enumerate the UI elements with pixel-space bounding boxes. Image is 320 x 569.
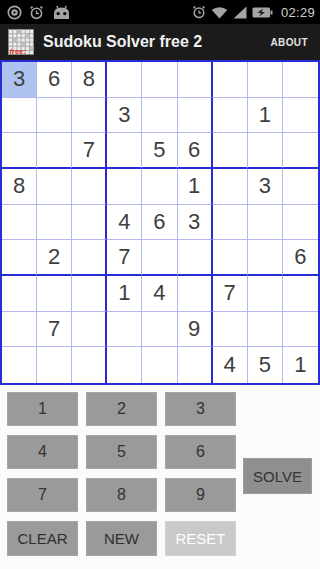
cell-r1c2[interactable]: 6 [37,62,72,98]
cell-r6c3[interactable] [72,240,107,276]
svg-text:free:: free: [10,47,27,56]
cell-r2c4[interactable]: 3 [107,98,142,134]
cell-r5c8[interactable] [248,205,283,241]
cell-r5c9[interactable] [283,205,318,241]
cell-r3c1[interactable] [2,133,37,169]
battery-charging-icon [252,6,273,19]
cell-r6c5[interactable] [142,240,177,276]
cell-r9c4[interactable] [107,347,142,383]
cell-r7c8[interactable] [248,276,283,312]
cell-r9c8[interactable]: 5 [248,347,283,383]
cell-r4c2[interactable] [37,169,72,205]
cell-r7c3[interactable] [72,276,107,312]
cell-r4c6[interactable]: 1 [178,169,213,205]
cell-r6c1[interactable] [2,240,37,276]
cell-r3c6[interactable]: 6 [178,133,213,169]
cell-r1c8[interactable] [248,62,283,98]
signal-icon [233,6,247,19]
cell-r4c3[interactable] [72,169,107,205]
cell-r9c2[interactable] [37,347,72,383]
keypad-1-button[interactable]: 1 [7,392,78,426]
cell-r4c7[interactable] [213,169,248,205]
cell-r9c9[interactable]: 1 [283,347,318,383]
cell-r9c7[interactable]: 4 [213,347,248,383]
alarm-icon [29,5,44,20]
cell-r3c7[interactable] [213,133,248,169]
cell-r2c3[interactable] [72,98,107,134]
cell-r5c2[interactable] [37,205,72,241]
cell-r4c1[interactable]: 8 [2,169,37,205]
app-screen: 02:29 free: [0,0,320,569]
app-icon: free: [8,29,34,55]
wifi-icon [211,6,228,19]
cell-r4c4[interactable] [107,169,142,205]
keypad-4-button[interactable]: 4 [7,435,78,469]
cell-r3c5[interactable]: 5 [142,133,177,169]
cell-r6c6[interactable] [178,240,213,276]
cell-r8c3[interactable] [72,312,107,348]
cell-r7c6[interactable] [178,276,213,312]
page-title: Sudoku Solver free 2 [43,33,268,51]
cell-r6c7[interactable] [213,240,248,276]
cell-r6c9[interactable]: 6 [283,240,318,276]
clear-button[interactable]: CLEAR [7,521,78,556]
keypad-2-button[interactable]: 2 [86,392,157,426]
status-icons-right: 02:29 [192,5,315,20]
cell-r8c6[interactable]: 9 [178,312,213,348]
cell-r1c7[interactable] [213,62,248,98]
cell-r4c5[interactable] [142,169,177,205]
cell-r3c8[interactable] [248,133,283,169]
cell-r5c3[interactable] [72,205,107,241]
status-time: 02:29 [281,5,315,20]
cell-r3c9[interactable] [283,133,318,169]
alarm-icon [192,5,206,19]
cell-r8c2[interactable]: 7 [37,312,72,348]
cell-r8c7[interactable] [213,312,248,348]
cell-r7c5[interactable]: 4 [142,276,177,312]
cell-r9c1[interactable] [2,347,37,383]
cell-r5c7[interactable] [213,205,248,241]
keypad-9-button[interactable]: 9 [165,478,236,512]
cell-r8c5[interactable] [142,312,177,348]
cell-r8c4[interactable] [107,312,142,348]
action-row: CLEAR NEW RESET [7,521,236,556]
cell-r1c5[interactable] [142,62,177,98]
cell-r7c9[interactable] [283,276,318,312]
sudoku-board: 3683175681346327614779451 [0,60,320,385]
status-bar: 02:29 [0,0,320,24]
cell-r1c6[interactable] [178,62,213,98]
cell-r7c4[interactable]: 1 [107,276,142,312]
cell-r9c5[interactable] [142,347,177,383]
cell-r3c2[interactable] [37,133,72,169]
cell-r5c1[interactable] [2,205,37,241]
cell-r6c8[interactable] [248,240,283,276]
cell-r2c1[interactable] [2,98,37,134]
cell-r7c2[interactable] [37,276,72,312]
reset-button[interactable]: RESET [165,521,236,556]
cell-r6c2[interactable]: 2 [37,240,72,276]
cell-r9c3[interactable] [72,347,107,383]
cell-r6c4[interactable]: 7 [107,240,142,276]
keypad-3-button[interactable]: 3 [165,392,236,426]
cell-r3c4[interactable] [107,133,142,169]
cell-r7c1[interactable] [2,276,37,312]
status-icons-left [7,5,72,20]
cell-r5c6[interactable]: 3 [178,205,213,241]
cell-r2c6[interactable] [178,98,213,134]
cell-r3c3[interactable]: 7 [72,133,107,169]
cell-r4c8[interactable]: 3 [248,169,283,205]
cell-r7c7[interactable]: 7 [213,276,248,312]
cell-r1c9[interactable] [283,62,318,98]
cell-r8c8[interactable] [248,312,283,348]
cell-r2c8[interactable]: 1 [248,98,283,134]
cell-r2c9[interactable] [283,98,318,134]
keypad-5-button[interactable]: 5 [86,435,157,469]
solve-button[interactable]: SOLVE [243,458,312,494]
keypad-8-button[interactable]: 8 [86,478,157,512]
cell-r8c1[interactable] [2,312,37,348]
cell-r5c5[interactable]: 6 [142,205,177,241]
cyanogen-mascot-icon [51,5,72,20]
cell-r2c7[interactable] [213,98,248,134]
digit-keypad: 123456789 [7,392,236,512]
title-bar: free: Sudoku Solver free 2 ABOUT [0,24,320,60]
cell-r4c9[interactable] [283,169,318,205]
cell-r9c6[interactable] [178,347,213,383]
keypad-6-button[interactable]: 6 [165,435,236,469]
keypad-7-button[interactable]: 7 [7,478,78,512]
cell-r1c1[interactable]: 3 [2,62,37,98]
cell-r5c4[interactable]: 4 [107,205,142,241]
cell-r1c4[interactable] [107,62,142,98]
new-button[interactable]: NEW [86,521,157,556]
about-button[interactable]: ABOUT [268,33,310,52]
disc-icon [7,5,22,20]
cell-r1c3[interactable]: 8 [72,62,107,98]
cell-r2c5[interactable] [142,98,177,134]
cell-r8c9[interactable] [283,312,318,348]
cell-r2c2[interactable] [37,98,72,134]
